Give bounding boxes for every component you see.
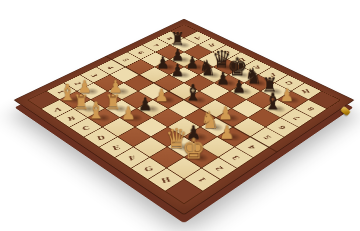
piece-white-king-h2[interactable]: ♚ <box>181 134 205 163</box>
piece-white-pawn-h4[interactable]: ♟ <box>219 123 234 142</box>
piece-black-knight-d7[interactable]: ♞ <box>198 57 216 78</box>
file-label-far-A: A <box>193 35 202 40</box>
piece-black-pawn-c7[interactable]: ♟ <box>185 54 198 70</box>
rank-label-far-8: 8 <box>305 106 316 112</box>
file-label-far-H: H <box>301 88 312 95</box>
board-grid: ABCDEFGH8♜♛♚♞♜♟87♟♟♞♟♟♝76♟♟65♝♟54♟♞♟43♟♟… <box>28 25 339 203</box>
rank-label-far-7: 7 <box>291 115 302 121</box>
chess-board: ABCDEFGH8♜♛♚♞♜♟87♟♟♞♟♟♝76♟♟65♝♟54♟♞♟43♟♟… <box>14 19 355 216</box>
piece-black-knight-f8[interactable]: ♞ <box>244 65 262 87</box>
file-label-near-G: G <box>143 164 155 173</box>
rank-label-far-5: 5 <box>261 134 273 141</box>
piece-white-pawn-d2[interactable]: ♟ <box>121 104 136 122</box>
piece-black-pawn-d3[interactable]: ♟ <box>138 95 153 113</box>
chess-board-wrap: ABCDEFGH8♜♛♚♞♜♟87♟♟♞♟♟♝76♟♟65♝♟54♟♞♟43♟♟… <box>14 19 355 216</box>
piece-black-bishop-h7[interactable]: ♝ <box>263 90 282 113</box>
rank-label-near-4: 4 <box>105 65 116 70</box>
rank-label-far-3: 3 <box>229 154 241 161</box>
piece-black-pawn-c6[interactable]: ♟ <box>170 62 184 79</box>
piece-black-pawn-b6[interactable]: ♟ <box>156 54 169 70</box>
rank-label-near-5: 5 <box>121 57 132 62</box>
rank-label-near-7: 7 <box>151 43 161 48</box>
rank-label-far-1: 1 <box>195 176 208 183</box>
file-label-near-D: D <box>96 133 106 141</box>
piece-white-pawn-g5[interactable]: ♟ <box>218 104 233 122</box>
rank-label-far-2: 2 <box>213 165 226 172</box>
piece-black-pawn-f7[interactable]: ♟ <box>232 78 246 95</box>
piece-black-bishop-e5[interactable]: ♝ <box>183 82 201 104</box>
file-label-near-B: B <box>67 114 76 121</box>
file-label-near-C: C <box>81 124 91 132</box>
piece-white-pawn-d4[interactable]: ♟ <box>154 87 168 104</box>
piece-white-rook-c2[interactable]: ♜ <box>104 92 121 113</box>
photo-background: ABCDEFGH8♜♛♚♞♜♟87♟♟♞♟♟♝76♟♟65♝♟54♟♞♟43♟♟… <box>0 0 360 231</box>
rank-label-far-6: 6 <box>276 124 288 130</box>
piece-white-knight-g4[interactable]: ♞ <box>200 108 219 131</box>
piece-white-bishop-c1[interactable]: ♝ <box>86 99 105 122</box>
file-label-near-A: A <box>53 105 62 112</box>
file-label-near-E: E <box>112 143 122 151</box>
file-label-near-H: H <box>160 175 172 184</box>
rank-label-near-6: 6 <box>136 50 146 55</box>
file-label-near-F: F <box>128 154 138 162</box>
piece-black-pawn-e7[interactable]: ♟ <box>216 70 230 87</box>
rank-label-far-4: 4 <box>245 144 257 151</box>
